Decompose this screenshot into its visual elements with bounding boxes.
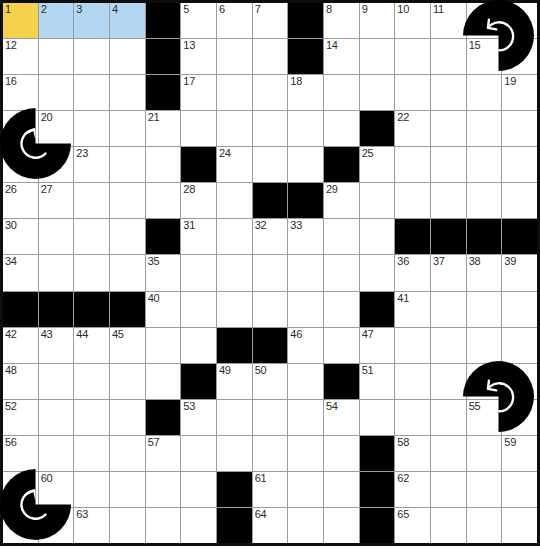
white-cell[interactable] xyxy=(467,75,502,110)
white-cell[interactable]: 35 xyxy=(146,255,181,290)
white-cell[interactable]: 12 xyxy=(3,39,38,74)
white-cell[interactable] xyxy=(395,400,430,435)
white-cell[interactable]: 61 xyxy=(253,472,288,507)
white-cell[interactable]: 16 xyxy=(3,75,38,110)
white-cell[interactable] xyxy=(502,111,537,146)
white-cell[interactable] xyxy=(253,75,288,110)
clue-number: 34 xyxy=(5,256,17,268)
white-cell[interactable] xyxy=(288,472,323,507)
clue-number: 25 xyxy=(362,148,374,160)
white-cell[interactable]: 20 xyxy=(39,111,74,146)
white-cell[interactable] xyxy=(146,328,181,363)
clue-number: 8 xyxy=(326,4,332,16)
white-cell[interactable]: 13 xyxy=(181,39,216,74)
white-cell[interactable]: 65 xyxy=(395,508,430,543)
clue-number: 52 xyxy=(5,401,17,413)
clue-number: 1 xyxy=(5,4,11,16)
clue-number: 58 xyxy=(397,437,409,449)
clue-number: 50 xyxy=(255,365,267,377)
white-cell[interactable]: 41 xyxy=(395,292,430,327)
white-cell[interactable] xyxy=(74,436,109,471)
clue-number: 41 xyxy=(397,293,409,305)
white-cell[interactable]: 43 xyxy=(39,328,74,363)
white-cell[interactable]: 32 xyxy=(253,219,288,254)
white-cell[interactable] xyxy=(39,75,74,110)
white-cell[interactable] xyxy=(146,183,181,218)
white-cell[interactable] xyxy=(502,147,537,182)
black-square xyxy=(146,400,181,435)
white-cell[interactable] xyxy=(467,472,502,507)
crossword-grid: 1234567891011121314151617181920212223242… xyxy=(0,0,540,546)
white-cell[interactable]: 36 xyxy=(395,255,430,290)
black-square xyxy=(360,111,395,146)
white-cell[interactable]: 64 xyxy=(253,508,288,543)
white-cell[interactable] xyxy=(502,183,537,218)
white-cell[interactable] xyxy=(181,328,216,363)
black-square xyxy=(324,364,359,399)
white-cell[interactable] xyxy=(502,328,537,363)
white-cell[interactable]: 62 xyxy=(395,472,430,507)
white-cell[interactable] xyxy=(39,400,74,435)
white-cell[interactable] xyxy=(502,292,537,327)
white-cell[interactable] xyxy=(74,111,109,146)
black-square xyxy=(217,508,252,543)
white-cell[interactable] xyxy=(502,400,537,435)
white-cell[interactable] xyxy=(146,147,181,182)
white-cell[interactable] xyxy=(288,400,323,435)
clue-number: 54 xyxy=(326,401,338,413)
white-cell[interactable]: 51 xyxy=(360,364,395,399)
white-cell[interactable] xyxy=(217,183,252,218)
white-cell[interactable] xyxy=(431,292,466,327)
white-cell[interactable] xyxy=(217,219,252,254)
white-cell[interactable] xyxy=(360,255,395,290)
clue-number: 35 xyxy=(148,256,160,268)
white-cell[interactable] xyxy=(360,183,395,218)
clue-number: 27 xyxy=(41,184,53,196)
black-square xyxy=(74,292,109,327)
clue-number: 5 xyxy=(183,4,189,16)
white-cell[interactable] xyxy=(110,436,145,471)
white-cell[interactable] xyxy=(110,147,145,182)
white-cell[interactable] xyxy=(74,219,109,254)
white-cell[interactable] xyxy=(74,400,109,435)
black-square xyxy=(360,472,395,507)
white-cell[interactable] xyxy=(395,364,430,399)
white-cell[interactable] xyxy=(431,508,466,543)
clue-number: 55 xyxy=(469,401,481,413)
black-square xyxy=(3,292,38,327)
white-cell[interactable] xyxy=(467,147,502,182)
white-cell[interactable]: 49 xyxy=(217,364,252,399)
white-cell[interactable]: 5 xyxy=(181,3,216,38)
white-cell[interactable] xyxy=(431,328,466,363)
black-square xyxy=(217,328,252,363)
white-cell[interactable]: 54 xyxy=(324,400,359,435)
white-cell[interactable] xyxy=(181,472,216,507)
white-cell[interactable] xyxy=(3,147,38,182)
white-cell[interactable]: 10 xyxy=(395,3,430,38)
white-cell[interactable]: 45 xyxy=(110,328,145,363)
white-cell[interactable] xyxy=(181,111,216,146)
white-cell[interactable] xyxy=(467,364,502,399)
white-cell[interactable] xyxy=(324,508,359,543)
white-cell[interactable] xyxy=(395,328,430,363)
white-cell[interactable]: 48 xyxy=(3,364,38,399)
black-square xyxy=(360,292,395,327)
black-square xyxy=(146,75,181,110)
clue-number: 42 xyxy=(5,329,17,341)
white-cell[interactable] xyxy=(253,39,288,74)
white-cell[interactable] xyxy=(74,39,109,74)
white-cell[interactable] xyxy=(431,75,466,110)
clue-number: 4 xyxy=(112,4,118,16)
white-cell[interactable] xyxy=(502,508,537,543)
clue-number: 29 xyxy=(326,184,338,196)
white-cell[interactable] xyxy=(395,75,430,110)
white-cell[interactable] xyxy=(74,472,109,507)
white-cell[interactable] xyxy=(39,364,74,399)
white-cell[interactable] xyxy=(39,436,74,471)
black-square xyxy=(431,219,466,254)
clue-number: 12 xyxy=(5,40,17,52)
clue-number: 3 xyxy=(76,4,82,16)
black-square xyxy=(217,472,252,507)
white-cell[interactable] xyxy=(217,75,252,110)
white-cell[interactable]: 57 xyxy=(146,436,181,471)
black-square xyxy=(181,364,216,399)
white-cell[interactable] xyxy=(431,472,466,507)
white-cell[interactable] xyxy=(181,436,216,471)
clue-number: 17 xyxy=(183,76,195,88)
white-cell[interactable]: 1 xyxy=(3,3,38,38)
white-cell[interactable] xyxy=(253,436,288,471)
clue-number: 59 xyxy=(504,437,516,449)
clue-number: 38 xyxy=(469,256,481,268)
white-cell[interactable]: 3 xyxy=(74,3,109,38)
white-cell[interactable]: 25 xyxy=(360,147,395,182)
white-cell[interactable]: 7 xyxy=(253,3,288,38)
white-cell[interactable] xyxy=(181,255,216,290)
white-cell[interactable]: 8 xyxy=(324,3,359,38)
white-cell[interactable] xyxy=(288,508,323,543)
clue-number: 56 xyxy=(5,437,17,449)
white-cell[interactable]: 58 xyxy=(395,436,430,471)
black-square xyxy=(467,219,502,254)
clue-number: 40 xyxy=(148,293,160,305)
clue-number: 11 xyxy=(433,4,444,16)
white-cell[interactable]: 9 xyxy=(360,3,395,38)
black-square xyxy=(146,3,181,38)
black-square xyxy=(395,219,430,254)
white-cell[interactable]: 60 xyxy=(39,472,74,507)
white-cell[interactable]: 27 xyxy=(39,183,74,218)
clue-number: 22 xyxy=(397,112,409,124)
clue-number: 9 xyxy=(362,4,368,16)
white-cell[interactable] xyxy=(395,39,430,74)
white-cell[interactable]: 26 xyxy=(3,183,38,218)
white-cell[interactable]: 14 xyxy=(324,39,359,74)
white-cell[interactable] xyxy=(431,111,466,146)
white-cell[interactable] xyxy=(360,400,395,435)
white-cell[interactable] xyxy=(181,508,216,543)
clue-number: 36 xyxy=(397,256,409,268)
white-cell[interactable]: 18 xyxy=(288,75,323,110)
white-cell[interactable] xyxy=(324,219,359,254)
clue-number: 37 xyxy=(433,256,445,268)
white-cell[interactable]: 2 xyxy=(39,3,74,38)
white-cell[interactable] xyxy=(324,75,359,110)
black-square xyxy=(288,183,323,218)
white-cell[interactable] xyxy=(39,39,74,74)
black-square xyxy=(253,183,288,218)
clue-number: 16 xyxy=(5,76,17,88)
black-square xyxy=(110,292,145,327)
white-cell[interactable] xyxy=(3,111,38,146)
white-cell[interactable]: 38 xyxy=(467,255,502,290)
white-cell[interactable] xyxy=(253,147,288,182)
clue-number: 13 xyxy=(183,40,195,52)
white-cell[interactable] xyxy=(217,111,252,146)
white-cell[interactable]: 24 xyxy=(217,147,252,182)
white-cell[interactable] xyxy=(502,39,537,74)
white-cell[interactable] xyxy=(467,508,502,543)
white-cell[interactable] xyxy=(395,147,430,182)
white-cell[interactable] xyxy=(288,147,323,182)
white-cell[interactable] xyxy=(217,292,252,327)
white-cell[interactable] xyxy=(110,39,145,74)
clue-number: 20 xyxy=(41,112,53,124)
clue-number: 31 xyxy=(183,220,195,232)
white-cell[interactable]: 39 xyxy=(502,255,537,290)
white-cell[interactable] xyxy=(360,39,395,74)
white-cell[interactable]: 59 xyxy=(502,436,537,471)
white-cell[interactable]: 29 xyxy=(324,183,359,218)
clue-number: 61 xyxy=(255,473,267,485)
white-cell[interactable] xyxy=(110,508,145,543)
clue-number: 65 xyxy=(397,509,409,521)
white-cell[interactable] xyxy=(288,255,323,290)
clue-number: 63 xyxy=(76,509,88,521)
white-cell[interactable] xyxy=(146,364,181,399)
white-cell[interactable] xyxy=(502,472,537,507)
black-square xyxy=(360,508,395,543)
clue-number: 45 xyxy=(112,329,124,341)
clue-number: 15 xyxy=(469,40,481,52)
clue-number: 33 xyxy=(290,220,302,232)
white-cell[interactable] xyxy=(467,183,502,218)
black-square xyxy=(360,436,395,471)
clue-number: 46 xyxy=(290,329,302,341)
white-cell[interactable] xyxy=(324,328,359,363)
white-cell[interactable]: 63 xyxy=(74,508,109,543)
clue-number: 49 xyxy=(219,365,231,377)
white-cell[interactable] xyxy=(502,3,537,38)
clue-number: 44 xyxy=(76,329,88,341)
clue-number: 24 xyxy=(219,148,231,160)
white-cell[interactable] xyxy=(110,75,145,110)
white-cell[interactable] xyxy=(146,472,181,507)
clue-number: 48 xyxy=(5,365,17,377)
white-cell[interactable] xyxy=(39,219,74,254)
white-cell[interactable]: 40 xyxy=(146,292,181,327)
white-cell[interactable] xyxy=(253,292,288,327)
white-cell[interactable] xyxy=(217,400,252,435)
white-cell[interactable]: 30 xyxy=(3,219,38,254)
white-cell[interactable] xyxy=(467,3,502,38)
clue-number: 28 xyxy=(183,184,195,196)
black-square xyxy=(324,147,359,182)
clue-number: 43 xyxy=(41,329,53,341)
white-cell[interactable] xyxy=(502,364,537,399)
white-cell[interactable]: 28 xyxy=(181,183,216,218)
white-cell[interactable]: 17 xyxy=(181,75,216,110)
white-cell[interactable] xyxy=(74,255,109,290)
white-cell[interactable] xyxy=(288,292,323,327)
white-cell[interactable] xyxy=(467,328,502,363)
crossword-board: 1234567891011121314151617181920212223242… xyxy=(0,0,540,546)
clue-number: 51 xyxy=(362,365,374,377)
white-cell[interactable] xyxy=(39,508,74,543)
white-cell[interactable]: 19 xyxy=(502,75,537,110)
clue-number: 60 xyxy=(41,473,53,485)
white-cell[interactable] xyxy=(110,400,145,435)
clue-number: 26 xyxy=(5,184,17,196)
white-cell[interactable] xyxy=(217,255,252,290)
clue-number: 10 xyxy=(397,4,409,16)
white-cell[interactable] xyxy=(110,111,145,146)
clue-number: 39 xyxy=(504,256,516,268)
white-cell[interactable] xyxy=(74,364,109,399)
white-cell[interactable]: 11 xyxy=(431,3,466,38)
white-cell[interactable] xyxy=(467,111,502,146)
white-cell[interactable]: 23 xyxy=(74,147,109,182)
white-cell[interactable]: 47 xyxy=(360,328,395,363)
white-cell[interactable] xyxy=(288,111,323,146)
black-square xyxy=(146,39,181,74)
clue-number: 7 xyxy=(255,4,261,16)
white-cell[interactable]: 53 xyxy=(181,400,216,435)
white-cell[interactable] xyxy=(110,255,145,290)
black-square xyxy=(39,292,74,327)
white-cell[interactable] xyxy=(324,111,359,146)
white-cell[interactable] xyxy=(217,39,252,74)
white-cell[interactable] xyxy=(467,436,502,471)
white-cell[interactable]: 52 xyxy=(3,400,38,435)
black-square xyxy=(146,219,181,254)
black-square xyxy=(288,39,323,74)
white-cell[interactable]: 55 xyxy=(467,400,502,435)
white-cell[interactable]: 37 xyxy=(431,255,466,290)
white-cell[interactable] xyxy=(110,472,145,507)
white-cell[interactable] xyxy=(395,183,430,218)
white-cell[interactable] xyxy=(39,147,74,182)
clue-number: 64 xyxy=(255,509,267,521)
clue-number: 47 xyxy=(362,329,374,341)
white-cell[interactable]: 15 xyxy=(467,39,502,74)
white-cell[interactable]: 56 xyxy=(3,436,38,471)
white-cell[interactable]: 4 xyxy=(110,3,145,38)
white-cell[interactable]: 50 xyxy=(253,364,288,399)
white-cell[interactable] xyxy=(39,255,74,290)
clue-number: 21 xyxy=(148,112,160,124)
black-square xyxy=(288,3,323,38)
white-cell[interactable] xyxy=(253,111,288,146)
white-cell[interactable] xyxy=(324,472,359,507)
white-cell[interactable] xyxy=(431,39,466,74)
clue-number: 2 xyxy=(41,4,47,16)
white-cell[interactable] xyxy=(431,183,466,218)
clue-number: 57 xyxy=(148,437,160,449)
white-cell[interactable]: 33 xyxy=(288,219,323,254)
white-cell[interactable] xyxy=(146,508,181,543)
clue-number: 6 xyxy=(219,4,225,16)
white-cell[interactable] xyxy=(324,255,359,290)
white-cell[interactable] xyxy=(217,436,252,471)
clue-number: 53 xyxy=(183,401,195,413)
clue-number: 23 xyxy=(76,148,88,160)
clue-number: 18 xyxy=(290,76,302,88)
white-cell[interactable]: 22 xyxy=(395,111,430,146)
white-cell[interactable]: 46 xyxy=(288,328,323,363)
white-cell[interactable] xyxy=(467,292,502,327)
clue-number: 32 xyxy=(255,220,267,232)
white-cell[interactable] xyxy=(3,508,38,543)
clue-number: 62 xyxy=(397,473,409,485)
white-cell[interactable] xyxy=(324,292,359,327)
white-cell[interactable] xyxy=(253,400,288,435)
white-cell[interactable] xyxy=(110,364,145,399)
clue-number: 19 xyxy=(504,76,516,88)
black-square xyxy=(253,328,288,363)
white-cell[interactable] xyxy=(74,75,109,110)
white-cell[interactable]: 42 xyxy=(3,328,38,363)
white-cell[interactable]: 31 xyxy=(181,219,216,254)
white-cell[interactable] xyxy=(110,183,145,218)
clue-number: 14 xyxy=(326,40,338,52)
white-cell[interactable]: 34 xyxy=(3,255,38,290)
white-cell[interactable] xyxy=(288,436,323,471)
white-cell[interactable] xyxy=(431,400,466,435)
white-cell[interactable]: 21 xyxy=(146,111,181,146)
white-cell[interactable] xyxy=(110,219,145,254)
clue-number: 30 xyxy=(5,220,17,232)
white-cell[interactable]: 6 xyxy=(217,3,252,38)
white-cell[interactable] xyxy=(431,436,466,471)
white-cell[interactable] xyxy=(431,147,466,182)
white-cell[interactable] xyxy=(181,292,216,327)
white-cell[interactable]: 44 xyxy=(74,328,109,363)
white-cell[interactable] xyxy=(431,364,466,399)
black-square xyxy=(502,219,537,254)
white-cell[interactable] xyxy=(3,472,38,507)
white-cell[interactable] xyxy=(253,255,288,290)
white-cell[interactable] xyxy=(74,183,109,218)
white-cell[interactable] xyxy=(360,219,395,254)
white-cell[interactable] xyxy=(288,364,323,399)
white-cell[interactable] xyxy=(324,436,359,471)
black-square xyxy=(181,147,216,182)
white-cell[interactable] xyxy=(360,75,395,110)
